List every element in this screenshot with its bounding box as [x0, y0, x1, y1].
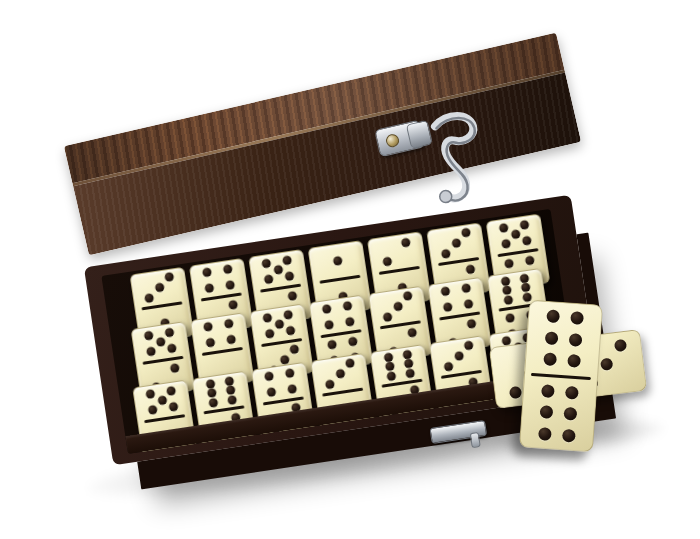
- pip-icon: [562, 428, 576, 442]
- pip-icon: [265, 329, 275, 339]
- pip-icon: [505, 313, 515, 323]
- pip-icon: [451, 238, 461, 248]
- pip-icon: [519, 273, 529, 283]
- pip-icon: [464, 340, 474, 350]
- product-photo-domino-case: [0, 0, 700, 539]
- pip-icon: [209, 398, 219, 408]
- pip-icon: [543, 352, 557, 366]
- pip-icon: [155, 337, 165, 347]
- pip-icon: [343, 301, 353, 311]
- pip-icon: [539, 405, 553, 419]
- pip-icon: [263, 274, 273, 284]
- pip-icon: [600, 358, 613, 371]
- pip-icon: [613, 339, 626, 352]
- pip-icon: [504, 258, 514, 268]
- pip-icon: [504, 295, 514, 305]
- pip-icon: [225, 385, 235, 395]
- pip-icon: [286, 326, 296, 336]
- pip-icon: [466, 319, 476, 329]
- pip-icon: [145, 389, 155, 399]
- pip-icon: [499, 223, 509, 233]
- pip-icon: [273, 265, 283, 275]
- pip-icon: [525, 255, 535, 265]
- pip-icon: [144, 331, 154, 341]
- pip-icon: [325, 380, 335, 390]
- pip-icon: [464, 299, 474, 309]
- pip-icon: [148, 405, 158, 415]
- pip-icon: [166, 386, 176, 396]
- pip-icon: [264, 372, 274, 382]
- pip-icon: [502, 285, 512, 295]
- pip-icon: [227, 395, 237, 405]
- domino-tile: [519, 300, 603, 453]
- pip-icon: [284, 271, 294, 281]
- pip-icon: [289, 344, 299, 354]
- pip-icon: [283, 310, 293, 320]
- pip-icon: [509, 386, 522, 399]
- pip-icon: [520, 283, 530, 293]
- pip-icon: [202, 268, 212, 278]
- pip-icon: [385, 361, 395, 371]
- pip-icon: [224, 376, 234, 386]
- pip-icon: [223, 265, 233, 275]
- pip-icon: [541, 384, 555, 398]
- pip-icon: [144, 293, 154, 303]
- pip-icon: [538, 427, 552, 441]
- pip-icon: [327, 339, 337, 349]
- pip-icon: [564, 407, 578, 421]
- pip-icon: [287, 384, 297, 394]
- pip-icon: [567, 354, 581, 368]
- pip-icon: [324, 320, 334, 330]
- pip-icon: [345, 358, 355, 368]
- pip-icon: [335, 369, 345, 379]
- pip-icon: [454, 351, 464, 361]
- pip-icon: [348, 336, 358, 346]
- pip-icon: [465, 264, 475, 274]
- pip-icon: [207, 388, 217, 398]
- pip-icon: [165, 328, 175, 338]
- pip-icon: [461, 228, 471, 238]
- screw-icon: [385, 133, 401, 149]
- pip-icon: [544, 331, 558, 345]
- pip-icon: [203, 322, 213, 332]
- pip-icon: [461, 283, 471, 293]
- pip-icon: [405, 368, 415, 378]
- pip-icon: [228, 300, 238, 310]
- pip-icon: [387, 371, 397, 381]
- pip-icon: [443, 362, 453, 372]
- pip-icon: [274, 319, 284, 329]
- pip-icon: [401, 238, 411, 248]
- pip-icon: [287, 291, 297, 301]
- pip-icon: [224, 319, 234, 329]
- pip-icon: [266, 387, 276, 397]
- pip-icon: [501, 239, 511, 249]
- pip-icon: [170, 363, 180, 373]
- pip-icon: [226, 334, 236, 344]
- pip-icon: [443, 302, 453, 312]
- latch-hook-icon: [423, 110, 487, 221]
- pip-icon: [261, 259, 271, 269]
- pip-icon: [407, 327, 417, 337]
- pip-icon: [345, 317, 355, 327]
- pip-icon: [569, 333, 583, 347]
- pip-icon: [393, 302, 403, 312]
- pip-icon: [332, 256, 342, 266]
- pip-icon: [168, 402, 178, 412]
- pip-icon: [154, 283, 164, 293]
- clasp-pin: [470, 432, 481, 448]
- pip-icon: [279, 354, 289, 364]
- pip-icon: [285, 368, 295, 378]
- pip-icon: [262, 313, 272, 323]
- pip-icon: [501, 276, 511, 286]
- pip-icon: [157, 396, 167, 406]
- pip-icon: [520, 220, 530, 230]
- pip-icon: [384, 352, 394, 362]
- domino-half: [525, 301, 602, 377]
- pip-icon: [546, 310, 560, 324]
- pip-icon: [322, 304, 332, 314]
- pip-icon: [510, 229, 520, 239]
- pip-icon: [167, 343, 177, 353]
- pip-icon: [522, 236, 532, 246]
- pip-icon: [164, 272, 174, 282]
- domino-half: [520, 375, 597, 451]
- pip-icon: [205, 338, 215, 348]
- pip-icon: [382, 312, 392, 322]
- pip-icon: [204, 283, 214, 293]
- pip-icon: [403, 359, 413, 369]
- pip-icon: [403, 291, 413, 301]
- pip-icon: [206, 378, 216, 388]
- pip-icon: [282, 256, 292, 266]
- pip-icon: [402, 349, 412, 359]
- pip-icon: [225, 280, 235, 290]
- pip-icon: [440, 287, 450, 297]
- pip-icon: [146, 346, 156, 356]
- pip-icon: [565, 386, 579, 400]
- pip-icon: [570, 311, 584, 325]
- pip-icon: [441, 249, 451, 259]
- pip-icon: [382, 256, 392, 266]
